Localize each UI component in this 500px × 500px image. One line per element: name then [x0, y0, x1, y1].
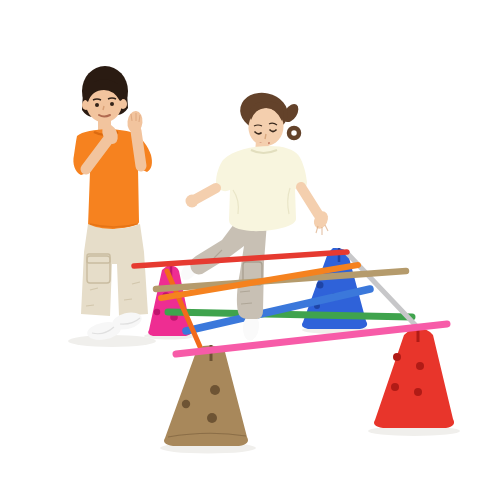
girl-forearm-left [196, 188, 216, 199]
boy-forearm-right [136, 131, 141, 166]
boy-eye-left [95, 103, 99, 107]
girl-shirt [216, 146, 307, 231]
brown-cone [160, 345, 256, 454]
girl-pigtail-curl [289, 128, 299, 138]
boy-figure [68, 66, 156, 347]
boy-pants [81, 224, 148, 316]
girl-hand-left [186, 195, 199, 208]
red-cone [368, 328, 460, 436]
product-photo [0, 0, 500, 500]
blue-cone-hole [317, 282, 324, 289]
girl-forearm-right [301, 187, 318, 214]
red-cone-hole [416, 362, 424, 370]
girl-pants [190, 222, 267, 319]
brown-cone-hole [207, 413, 217, 423]
brown-cone-hole [182, 400, 190, 408]
boy-eye-right [110, 102, 114, 106]
brown-cone-body [164, 346, 248, 446]
red-cone-hole [391, 383, 399, 391]
red-cone-hole [393, 353, 401, 361]
green-band [168, 312, 412, 317]
red-cone-hole [414, 388, 422, 396]
red-cone-body [374, 329, 454, 428]
brown-cone-hole [210, 385, 220, 395]
girl-nose [265, 134, 266, 139]
pink-cone-hole [154, 309, 160, 315]
boy-nose [103, 106, 104, 110]
red-band [134, 252, 347, 266]
scene-illustration [0, 0, 500, 500]
